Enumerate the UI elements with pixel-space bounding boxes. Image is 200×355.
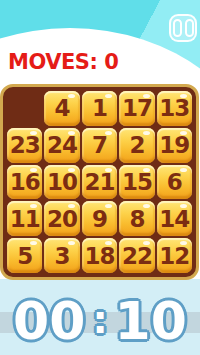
tile-gloss-highlight <box>30 131 37 135</box>
pause-icon <box>185 19 194 37</box>
timer-display: 00 : 10 <box>0 296 200 346</box>
tile-gloss-highlight <box>180 131 187 135</box>
tile-15[interactable]: 15 <box>119 165 154 200</box>
tile-gloss-highlight <box>180 241 187 245</box>
tile-14[interactable]: 14 <box>157 201 192 236</box>
tile-5[interactable]: 5 <box>7 238 42 273</box>
tile-gloss-highlight <box>180 168 187 172</box>
tile-gloss-highlight <box>105 94 112 98</box>
tile-1[interactable]: 1 <box>82 91 117 126</box>
tile-gloss-highlight <box>180 94 187 98</box>
tile-gloss-highlight <box>143 131 150 135</box>
puzzle-grid: 411713232472191610211561120981453182212 <box>7 91 192 273</box>
tile-gloss-highlight <box>143 241 150 245</box>
tile-17[interactable]: 17 <box>119 91 154 126</box>
tile-13[interactable]: 13 <box>157 91 192 126</box>
tile-10[interactable]: 10 <box>44 165 79 200</box>
empty-cell <box>7 91 42 126</box>
puzzle-board: 411713232472191610211561120981453182212 <box>0 84 199 280</box>
tile-gloss-highlight <box>30 168 37 172</box>
timer-seconds: 10 <box>115 295 187 347</box>
tile-gloss-highlight <box>30 204 37 208</box>
tile-7[interactable]: 7 <box>82 128 117 163</box>
tile-gloss-highlight <box>105 131 112 135</box>
tile-gloss-highlight <box>143 94 150 98</box>
tile-gloss-highlight <box>105 241 112 245</box>
timer-separator: : <box>92 301 107 339</box>
pause-icon <box>173 19 182 37</box>
tile-24[interactable]: 24 <box>44 128 79 163</box>
game-screen: 00 : 10 MOVES: 0 41171323247219161021156… <box>0 0 200 355</box>
tile-8[interactable]: 8 <box>119 201 154 236</box>
tile-gloss-highlight <box>105 204 112 208</box>
moves-value: 0 <box>104 50 118 74</box>
tile-12[interactable]: 12 <box>157 238 192 273</box>
tile-gloss-highlight <box>143 204 150 208</box>
tile-gloss-highlight <box>68 94 75 98</box>
tile-22[interactable]: 22 <box>119 238 154 273</box>
tile-gloss-highlight <box>68 241 75 245</box>
tile-6[interactable]: 6 <box>157 165 192 200</box>
tile-23[interactable]: 23 <box>7 128 42 163</box>
tile-16[interactable]: 16 <box>7 165 42 200</box>
bottom-panel: 00 : 10 <box>0 279 200 355</box>
tile-gloss-highlight <box>105 168 112 172</box>
tile-gloss-highlight <box>30 241 37 245</box>
tile-gloss-highlight <box>68 168 75 172</box>
moves-label: MOVES: <box>8 50 97 74</box>
tile-3[interactable]: 3 <box>44 238 79 273</box>
tile-20[interactable]: 20 <box>44 201 79 236</box>
tile-4[interactable]: 4 <box>44 91 79 126</box>
tile-11[interactable]: 11 <box>7 201 42 236</box>
tile-gloss-highlight <box>143 168 150 172</box>
tile-gloss-highlight <box>68 204 75 208</box>
tile-21[interactable]: 21 <box>82 165 117 200</box>
tile-gloss-highlight <box>180 204 187 208</box>
tile-gloss-highlight <box>68 131 75 135</box>
timer-minutes: 00 <box>13 295 85 347</box>
tile-19[interactable]: 19 <box>157 128 192 163</box>
tile-9[interactable]: 9 <box>82 201 117 236</box>
moves-counter: MOVES: 0 <box>8 50 118 74</box>
tile-2[interactable]: 2 <box>119 128 154 163</box>
tile-18[interactable]: 18 <box>82 238 117 273</box>
pause-button[interactable] <box>169 14 197 42</box>
